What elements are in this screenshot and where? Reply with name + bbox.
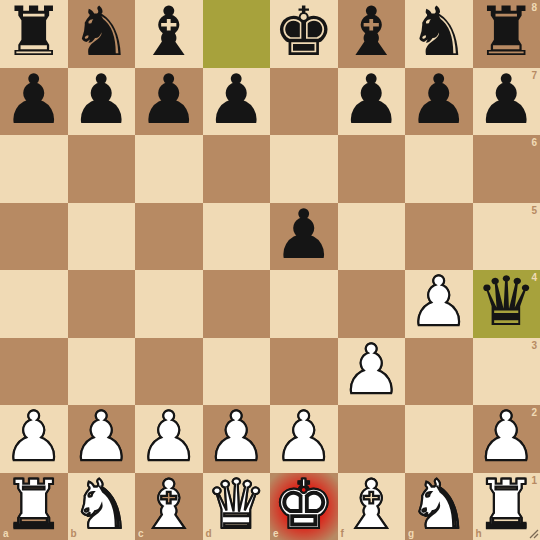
square-a1[interactable]: a♜: [0, 473, 68, 540]
square-c4[interactable]: [135, 270, 203, 338]
square-e3[interactable]: [270, 338, 338, 406]
square-e5[interactable]: ♟: [270, 203, 338, 271]
square-d6[interactable]: [203, 135, 271, 203]
piece-black-rook[interactable]: ♜: [476, 0, 537, 66]
square-h5[interactable]: 5: [473, 203, 540, 271]
square-d4[interactable]: [203, 270, 271, 338]
piece-black-rook[interactable]: ♜: [3, 0, 64, 66]
square-c8[interactable]: ♝: [135, 0, 203, 68]
square-e1[interactable]: e♚: [270, 473, 338, 540]
piece-black-queen[interactable]: ♛: [476, 268, 537, 336]
square-g6[interactable]: [405, 135, 473, 203]
square-g3[interactable]: [405, 338, 473, 406]
square-d2[interactable]: ♟: [203, 405, 271, 473]
square-d5[interactable]: [203, 203, 271, 271]
piece-black-bishop[interactable]: ♝: [138, 0, 199, 66]
square-f3[interactable]: ♟: [338, 338, 406, 406]
square-b7[interactable]: ♟: [68, 68, 136, 136]
square-c6[interactable]: [135, 135, 203, 203]
square-c1[interactable]: c♝: [135, 473, 203, 540]
piece-white-rook[interactable]: ♜: [3, 471, 64, 539]
square-d3[interactable]: [203, 338, 271, 406]
piece-white-queen[interactable]: ♛: [206, 471, 267, 539]
square-g7[interactable]: ♟: [405, 68, 473, 136]
square-d1[interactable]: d♛: [203, 473, 271, 540]
square-a3[interactable]: [0, 338, 68, 406]
square-f1[interactable]: f♝: [338, 473, 406, 540]
square-f5[interactable]: [338, 203, 406, 271]
square-d8[interactable]: [203, 0, 271, 68]
square-f8[interactable]: ♝: [338, 0, 406, 68]
rank-label-5: 5: [531, 205, 537, 216]
square-d7[interactable]: ♟: [203, 68, 271, 136]
square-f7[interactable]: ♟: [338, 68, 406, 136]
square-g2[interactable]: [405, 405, 473, 473]
piece-black-pawn[interactable]: ♟: [138, 66, 199, 134]
piece-white-pawn[interactable]: ♟: [71, 403, 132, 471]
square-b4[interactable]: [68, 270, 136, 338]
square-e7[interactable]: [270, 68, 338, 136]
square-g1[interactable]: g♞: [405, 473, 473, 540]
piece-white-pawn[interactable]: ♟: [476, 403, 537, 471]
square-a6[interactable]: [0, 135, 68, 203]
square-a7[interactable]: ♟: [0, 68, 68, 136]
piece-black-knight[interactable]: ♞: [408, 0, 469, 66]
square-a5[interactable]: [0, 203, 68, 271]
square-c3[interactable]: [135, 338, 203, 406]
square-h8[interactable]: 8♜: [473, 0, 540, 68]
piece-black-pawn[interactable]: ♟: [71, 66, 132, 134]
square-c7[interactable]: ♟: [135, 68, 203, 136]
square-e4[interactable]: [270, 270, 338, 338]
piece-black-knight[interactable]: ♞: [71, 0, 132, 66]
piece-black-pawn[interactable]: ♟: [3, 66, 64, 134]
square-b2[interactable]: ♟: [68, 405, 136, 473]
chess-board: ♜♞♝♚♝♞8♜♟♟♟♟♟♟7♟6♟5♟4♛♟3♟♟♟♟♟2♟a♜b♞c♝d♛e…: [0, 0, 540, 540]
square-e8[interactable]: ♚: [270, 0, 338, 68]
square-c2[interactable]: ♟: [135, 405, 203, 473]
square-a2[interactable]: ♟: [0, 405, 68, 473]
piece-black-bishop[interactable]: ♝: [341, 0, 402, 66]
piece-black-pawn[interactable]: ♟: [476, 66, 537, 134]
square-g5[interactable]: [405, 203, 473, 271]
piece-white-pawn[interactable]: ♟: [206, 403, 267, 471]
piece-white-pawn[interactable]: ♟: [138, 403, 199, 471]
piece-white-bishop[interactable]: ♝: [138, 471, 199, 539]
square-b1[interactable]: b♞: [68, 473, 136, 540]
piece-white-pawn[interactable]: ♟: [341, 336, 402, 404]
piece-white-pawn[interactable]: ♟: [273, 403, 334, 471]
piece-white-knight[interactable]: ♞: [408, 471, 469, 539]
piece-black-pawn[interactable]: ♟: [341, 66, 402, 134]
square-h2[interactable]: 2♟: [473, 405, 540, 473]
piece-black-pawn[interactable]: ♟: [206, 66, 267, 134]
square-f6[interactable]: [338, 135, 406, 203]
square-h7[interactable]: 7♟: [473, 68, 540, 136]
piece-black-pawn[interactable]: ♟: [273, 201, 334, 269]
square-f4[interactable]: [338, 270, 406, 338]
square-b5[interactable]: [68, 203, 136, 271]
square-a8[interactable]: ♜: [0, 0, 68, 68]
square-b8[interactable]: ♞: [68, 0, 136, 68]
square-h3[interactable]: 3: [473, 338, 540, 406]
piece-black-pawn[interactable]: ♟: [408, 66, 469, 134]
square-f2[interactable]: [338, 405, 406, 473]
rank-label-6: 6: [531, 137, 537, 148]
square-e6[interactable]: [270, 135, 338, 203]
piece-white-bishop[interactable]: ♝: [341, 471, 402, 539]
square-h6[interactable]: 6: [473, 135, 540, 203]
rank-label-3: 3: [531, 340, 537, 351]
square-e2[interactable]: ♟: [270, 405, 338, 473]
piece-white-pawn[interactable]: ♟: [3, 403, 64, 471]
piece-white-knight[interactable]: ♞: [71, 471, 132, 539]
board-resize-handle-icon[interactable]: [527, 527, 539, 539]
piece-white-pawn[interactable]: ♟: [408, 268, 469, 336]
square-b6[interactable]: [68, 135, 136, 203]
square-c5[interactable]: [135, 203, 203, 271]
piece-black-king[interactable]: ♚: [273, 0, 334, 66]
square-b3[interactable]: [68, 338, 136, 406]
square-h4[interactable]: 4♛: [473, 270, 540, 338]
piece-white-king[interactable]: ♚: [273, 471, 334, 539]
square-a4[interactable]: [0, 270, 68, 338]
square-g8[interactable]: ♞: [405, 0, 473, 68]
square-g4[interactable]: ♟: [405, 270, 473, 338]
